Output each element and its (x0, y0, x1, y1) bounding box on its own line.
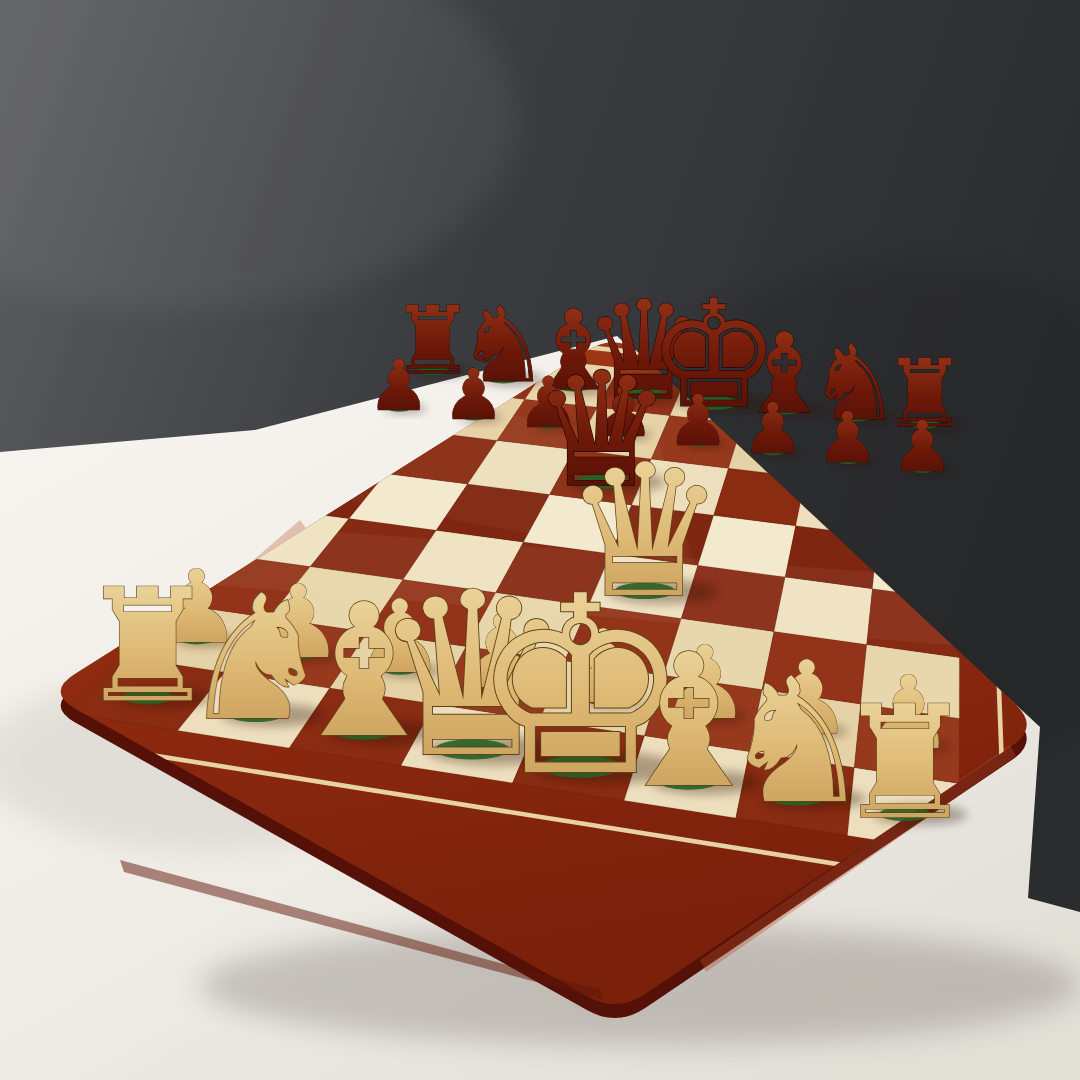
piece-red-p-f7: ♟ (741, 388, 804, 470)
chess-scene: ♜♞♝♛♚♝♞♜♟♟♟♟♟♟♟♟♛♛♟♟♟♟♟♟♟♟♜♞♝♛♚♝♞♜ (0, 0, 1080, 1080)
piece-white-r-h1: ♜ (835, 672, 975, 854)
piece-red-p-b7: ♟ (442, 354, 505, 436)
chess-set-product-photo: ♜♞♝♛♚♝♞♜♟♟♟♟♟♟♟♟♛♛♟♟♟♟♟♟♟♟♜♞♝♛♚♝♞♜ (0, 0, 1080, 1080)
piece-red-p-h7: ♟ (891, 406, 954, 488)
piece-red-p-a7: ♟ (368, 345, 431, 427)
svg-text:♜: ♜ (835, 672, 975, 854)
svg-text:♟: ♟ (816, 397, 879, 479)
svg-text:♟: ♟ (442, 354, 505, 436)
svg-text:♟: ♟ (368, 345, 431, 427)
piece-red-p-g7: ♟ (816, 397, 879, 479)
svg-text:♟: ♟ (891, 406, 954, 488)
svg-text:♟: ♟ (741, 388, 804, 470)
